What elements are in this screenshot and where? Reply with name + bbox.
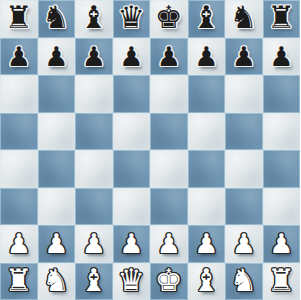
square-e4[interactable] — [150, 150, 188, 188]
piece-black-pawn[interactable]: ♟ — [194, 43, 218, 70]
square-a1[interactable]: ♜ — [0, 263, 38, 300]
chess-board: ♜♞♝♛♚♝♞♜♟♟♟♟♟♟♟♟♟♟♟♟♟♟♟♟♜♞♝♛♚♝♞♜ — [0, 0, 300, 300]
square-b5[interactable] — [38, 113, 76, 151]
square-d4[interactable] — [113, 150, 151, 188]
piece-white-pawn[interactable]: ♟ — [232, 230, 256, 257]
piece-black-rook[interactable]: ♜ — [5, 2, 33, 33]
square-d2[interactable]: ♟ — [113, 225, 151, 263]
square-e3[interactable] — [150, 188, 188, 226]
square-b8[interactable]: ♞ — [38, 0, 76, 38]
piece-white-rook[interactable]: ♜ — [5, 265, 33, 296]
square-g1[interactable]: ♞ — [225, 263, 263, 300]
piece-white-bishop[interactable]: ♝ — [80, 265, 108, 296]
square-c7[interactable]: ♟ — [75, 38, 113, 76]
square-h3[interactable] — [263, 188, 301, 226]
square-h8[interactable]: ♜ — [263, 0, 301, 38]
piece-black-bishop[interactable]: ♝ — [80, 2, 108, 33]
piece-white-pawn[interactable]: ♟ — [157, 230, 181, 257]
square-c4[interactable] — [75, 150, 113, 188]
piece-black-knight[interactable]: ♞ — [42, 2, 70, 33]
square-e5[interactable] — [150, 113, 188, 151]
square-d8[interactable]: ♛ — [113, 0, 151, 38]
piece-white-bishop[interactable]: ♝ — [192, 265, 220, 296]
square-b1[interactable]: ♞ — [38, 263, 76, 300]
square-a8[interactable]: ♜ — [0, 0, 38, 38]
square-a3[interactable] — [0, 188, 38, 226]
square-e1[interactable]: ♚ — [150, 263, 188, 300]
square-b7[interactable]: ♟ — [38, 38, 76, 76]
piece-white-pawn[interactable]: ♟ — [194, 230, 218, 257]
square-g4[interactable] — [225, 150, 263, 188]
square-d6[interactable] — [113, 75, 151, 113]
square-g7[interactable]: ♟ — [225, 38, 263, 76]
square-e2[interactable]: ♟ — [150, 225, 188, 263]
square-f2[interactable]: ♟ — [188, 225, 226, 263]
square-d1[interactable]: ♛ — [113, 263, 151, 300]
piece-black-pawn[interactable]: ♟ — [269, 43, 293, 70]
piece-black-pawn[interactable]: ♟ — [44, 43, 68, 70]
square-h2[interactable]: ♟ — [263, 225, 301, 263]
square-g3[interactable] — [225, 188, 263, 226]
square-a4[interactable] — [0, 150, 38, 188]
piece-black-pawn[interactable]: ♟ — [7, 43, 31, 70]
square-c5[interactable] — [75, 113, 113, 151]
square-d5[interactable] — [113, 113, 151, 151]
square-f6[interactable] — [188, 75, 226, 113]
square-c2[interactable]: ♟ — [75, 225, 113, 263]
square-g2[interactable]: ♟ — [225, 225, 263, 263]
square-c3[interactable] — [75, 188, 113, 226]
square-b4[interactable] — [38, 150, 76, 188]
piece-white-knight[interactable]: ♞ — [230, 265, 258, 296]
piece-white-rook[interactable]: ♜ — [267, 265, 295, 296]
square-h1[interactable]: ♜ — [263, 263, 301, 300]
square-h5[interactable] — [263, 113, 301, 151]
piece-black-knight[interactable]: ♞ — [230, 2, 258, 33]
square-a7[interactable]: ♟ — [0, 38, 38, 76]
piece-black-bishop[interactable]: ♝ — [192, 2, 220, 33]
square-c6[interactable] — [75, 75, 113, 113]
square-h4[interactable] — [263, 150, 301, 188]
square-a5[interactable] — [0, 113, 38, 151]
square-f3[interactable] — [188, 188, 226, 226]
piece-black-pawn[interactable]: ♟ — [82, 43, 106, 70]
square-c1[interactable]: ♝ — [75, 263, 113, 300]
square-b3[interactable] — [38, 188, 76, 226]
piece-white-queen[interactable]: ♛ — [117, 265, 145, 296]
piece-white-pawn[interactable]: ♟ — [44, 230, 68, 257]
square-b2[interactable]: ♟ — [38, 225, 76, 263]
piece-black-pawn[interactable]: ♟ — [119, 43, 143, 70]
square-h7[interactable]: ♟ — [263, 38, 301, 76]
piece-white-king[interactable]: ♚ — [155, 265, 183, 296]
piece-black-pawn[interactable]: ♟ — [232, 43, 256, 70]
square-f8[interactable]: ♝ — [188, 0, 226, 38]
square-a2[interactable]: ♟ — [0, 225, 38, 263]
piece-white-pawn[interactable]: ♟ — [269, 230, 293, 257]
piece-black-queen[interactable]: ♛ — [117, 2, 145, 33]
piece-white-pawn[interactable]: ♟ — [7, 230, 31, 257]
piece-black-pawn[interactable]: ♟ — [157, 43, 181, 70]
piece-white-pawn[interactable]: ♟ — [119, 230, 143, 257]
square-e7[interactable]: ♟ — [150, 38, 188, 76]
square-f7[interactable]: ♟ — [188, 38, 226, 76]
piece-white-pawn[interactable]: ♟ — [82, 230, 106, 257]
piece-white-knight[interactable]: ♞ — [42, 265, 70, 296]
square-h6[interactable] — [263, 75, 301, 113]
square-a6[interactable] — [0, 75, 38, 113]
square-g5[interactable] — [225, 113, 263, 151]
square-e8[interactable]: ♚ — [150, 0, 188, 38]
square-f1[interactable]: ♝ — [188, 263, 226, 300]
square-g8[interactable]: ♞ — [225, 0, 263, 38]
square-d3[interactable] — [113, 188, 151, 226]
square-b6[interactable] — [38, 75, 76, 113]
piece-black-king[interactable]: ♚ — [155, 2, 183, 33]
square-f5[interactable] — [188, 113, 226, 151]
square-e6[interactable] — [150, 75, 188, 113]
square-c8[interactable]: ♝ — [75, 0, 113, 38]
piece-black-rook[interactable]: ♜ — [267, 2, 295, 33]
square-g6[interactable] — [225, 75, 263, 113]
square-f4[interactable] — [188, 150, 226, 188]
square-d7[interactable]: ♟ — [113, 38, 151, 76]
